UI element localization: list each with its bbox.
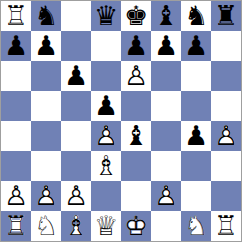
square-f1[interactable]: [151, 211, 181, 241]
square-g8[interactable]: ♞: [181, 1, 211, 31]
square-e5[interactable]: [121, 91, 151, 121]
square-d6[interactable]: [91, 61, 121, 91]
black-knight: ♞: [181, 1, 211, 31]
piece-solid-layer: ♝: [121, 121, 151, 151]
white-pawn: ♟♙: [31, 181, 61, 211]
black-queen: ♛: [91, 1, 121, 31]
square-h2[interactable]: [211, 181, 241, 211]
piece-solid-layer: ♟: [1, 31, 31, 61]
square-e7[interactable]: ♟: [121, 31, 151, 61]
square-b4[interactable]: [31, 121, 61, 151]
piece-solid-layer: ♚: [121, 1, 151, 31]
square-g7[interactable]: ♟: [181, 31, 211, 61]
piece-solid-layer: ♞: [181, 1, 211, 31]
square-f7[interactable]: ♟: [151, 31, 181, 61]
square-c5[interactable]: [61, 91, 91, 121]
piece-solid-layer: ♟: [61, 61, 91, 91]
black-pawn: ♟: [91, 91, 121, 121]
piece-outline-layer: ♘: [181, 211, 211, 241]
black-pawn: ♟: [181, 31, 211, 61]
square-g3[interactable]: [181, 151, 211, 181]
square-h8[interactable]: ♜: [211, 1, 241, 31]
piece-solid-layer: ♛: [91, 1, 121, 31]
square-h5[interactable]: [211, 91, 241, 121]
square-e4[interactable]: ♝: [121, 121, 151, 151]
black-knight: ♞: [31, 1, 61, 31]
square-c1[interactable]: ♝♗: [61, 211, 91, 241]
piece-outline-layer: ♙: [91, 121, 121, 151]
square-g2[interactable]: [181, 181, 211, 211]
square-b1[interactable]: ♞♘: [31, 211, 61, 241]
square-g1[interactable]: ♞♘: [181, 211, 211, 241]
white-pawn: ♟♙: [151, 181, 181, 211]
black-pawn: ♟: [181, 121, 211, 151]
square-e1[interactable]: ♚♔: [121, 211, 151, 241]
white-queen: ♛♕: [91, 211, 121, 241]
square-f5[interactable]: [151, 91, 181, 121]
square-a3[interactable]: [1, 151, 31, 181]
square-d8[interactable]: ♛: [91, 1, 121, 31]
square-d2[interactable]: [91, 181, 121, 211]
piece-outline-layer: ♕: [91, 211, 121, 241]
white-knight: ♞♘: [181, 211, 211, 241]
square-h7[interactable]: [211, 31, 241, 61]
black-king: ♚: [121, 1, 151, 31]
piece-solid-layer: ♟: [181, 31, 211, 61]
square-d1[interactable]: ♛♕: [91, 211, 121, 241]
square-d4[interactable]: ♟♙: [91, 121, 121, 151]
piece-solid-layer: ♟: [181, 121, 211, 151]
piece-solid-layer: ♟: [121, 31, 151, 61]
piece-outline-layer: ♙: [61, 181, 91, 211]
piece-outline-layer: ♙: [1, 181, 31, 211]
white-rook: ♜♖: [211, 211, 241, 241]
square-e2[interactable]: [121, 181, 151, 211]
square-b7[interactable]: ♟: [31, 31, 61, 61]
white-pawn: ♟♙: [1, 181, 31, 211]
piece-solid-layer: ♟: [91, 91, 121, 121]
chess-board: ♜♖♞♛♚♝♞♜♟♟♟♟♟♟♟♙♟♟♙♝♟♟♙♝♗♟♙♟♙♟♙♟♙♜♖♞♘♝♗♛…: [0, 0, 242, 242]
white-bishop: ♝♗: [91, 151, 121, 181]
square-h4[interactable]: ♟♙: [211, 121, 241, 151]
white-king: ♚♔: [121, 211, 151, 241]
square-g6[interactable]: [181, 61, 211, 91]
square-b2[interactable]: ♟♙: [31, 181, 61, 211]
square-a4[interactable]: [1, 121, 31, 151]
square-c6[interactable]: ♟: [61, 61, 91, 91]
square-d7[interactable]: [91, 31, 121, 61]
white-pawn: ♟♙: [91, 121, 121, 151]
piece-outline-layer: ♙: [211, 121, 241, 151]
square-d5[interactable]: ♟: [91, 91, 121, 121]
square-a5[interactable]: [1, 91, 31, 121]
piece-outline-layer: ♖: [1, 1, 31, 31]
square-c7[interactable]: [61, 31, 91, 61]
square-g4[interactable]: ♟: [181, 121, 211, 151]
square-a7[interactable]: ♟: [1, 31, 31, 61]
piece-solid-layer: ♜: [211, 1, 241, 31]
square-b3[interactable]: [31, 151, 61, 181]
square-b6[interactable]: [31, 61, 61, 91]
black-pawn: ♟: [151, 31, 181, 61]
black-bishop: ♝: [121, 121, 151, 151]
square-f6[interactable]: [151, 61, 181, 91]
white-pawn: ♟♙: [61, 181, 91, 211]
square-h6[interactable]: [211, 61, 241, 91]
square-a1[interactable]: ♜♖: [1, 211, 31, 241]
square-h1[interactable]: ♜♖: [211, 211, 241, 241]
piece-solid-layer: ♝: [151, 1, 181, 31]
piece-outline-layer: ♖: [211, 211, 241, 241]
white-knight: ♞♘: [31, 211, 61, 241]
square-h3[interactable]: [211, 151, 241, 181]
square-c8[interactable]: [61, 1, 91, 31]
white-pawn: ♟♙: [211, 121, 241, 151]
square-e6[interactable]: ♟♙: [121, 61, 151, 91]
piece-solid-layer: ♞: [31, 1, 61, 31]
square-e8[interactable]: ♚: [121, 1, 151, 31]
white-rook: ♜♖: [1, 1, 31, 31]
square-a8[interactable]: ♜♖: [1, 1, 31, 31]
piece-outline-layer: ♙: [151, 181, 181, 211]
piece-solid-layer: ♟: [31, 31, 61, 61]
black-pawn: ♟: [121, 31, 151, 61]
piece-outline-layer: ♙: [121, 61, 151, 91]
square-b8[interactable]: ♞: [31, 1, 61, 31]
piece-outline-layer: ♔: [121, 211, 151, 241]
black-pawn: ♟: [1, 31, 31, 61]
square-e3[interactable]: [121, 151, 151, 181]
square-c4[interactable]: [61, 121, 91, 151]
white-pawn: ♟♙: [121, 61, 151, 91]
square-f3[interactable]: [151, 151, 181, 181]
square-a2[interactable]: ♟♙: [1, 181, 31, 211]
square-f2[interactable]: ♟♙: [151, 181, 181, 211]
square-c3[interactable]: [61, 151, 91, 181]
black-bishop: ♝: [151, 1, 181, 31]
piece-outline-layer: ♗: [61, 211, 91, 241]
piece-outline-layer: ♙: [31, 181, 61, 211]
piece-outline-layer: ♖: [1, 211, 31, 241]
square-f8[interactable]: ♝: [151, 1, 181, 31]
square-b5[interactable]: [31, 91, 61, 121]
square-c2[interactable]: ♟♙: [61, 181, 91, 211]
black-pawn: ♟: [31, 31, 61, 61]
square-d3[interactable]: ♝♗: [91, 151, 121, 181]
square-a6[interactable]: [1, 61, 31, 91]
piece-outline-layer: ♘: [31, 211, 61, 241]
piece-outline-layer: ♗: [91, 151, 121, 181]
piece-solid-layer: ♟: [151, 31, 181, 61]
white-bishop: ♝♗: [61, 211, 91, 241]
black-pawn: ♟: [61, 61, 91, 91]
square-f4[interactable]: [151, 121, 181, 151]
square-g5[interactable]: [181, 91, 211, 121]
black-rook: ♜: [211, 1, 241, 31]
white-rook: ♜♖: [1, 211, 31, 241]
